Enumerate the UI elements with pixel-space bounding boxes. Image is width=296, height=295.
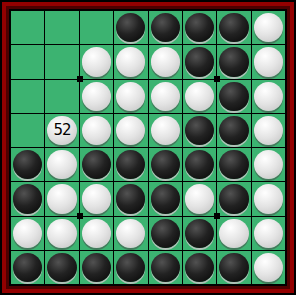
square-e1[interactable] <box>149 11 182 44</box>
black-disc <box>219 13 248 42</box>
black-disc <box>151 150 180 179</box>
square-b8[interactable] <box>45 251 78 284</box>
othello-app-window: 52 <box>0 0 296 295</box>
white-disc <box>82 219 111 248</box>
square-f4[interactable] <box>183 114 216 147</box>
white-disc <box>254 82 283 111</box>
square-c7[interactable] <box>80 217 113 250</box>
square-c4[interactable] <box>80 114 113 147</box>
black-disc <box>151 13 180 42</box>
square-b7[interactable] <box>45 217 78 250</box>
board-frame: 52 <box>2 2 294 293</box>
square-d8[interactable] <box>114 251 147 284</box>
white-disc <box>254 150 283 179</box>
black-disc <box>82 150 111 179</box>
square-e6[interactable] <box>149 182 182 215</box>
square-a4[interactable] <box>11 114 44 147</box>
white-disc <box>116 82 145 111</box>
black-disc <box>185 47 214 76</box>
square-d3[interactable] <box>114 80 147 113</box>
black-disc <box>185 253 214 282</box>
black-disc <box>13 253 42 282</box>
square-h2[interactable] <box>252 45 285 78</box>
square-e2[interactable] <box>149 45 182 78</box>
square-d4[interactable] <box>114 114 147 147</box>
square-b6[interactable] <box>45 182 78 215</box>
white-disc <box>219 219 248 248</box>
square-f2[interactable] <box>183 45 216 78</box>
square-b5[interactable] <box>45 148 78 181</box>
square-g5[interactable] <box>217 148 250 181</box>
square-c5[interactable] <box>80 148 113 181</box>
square-g7[interactable] <box>217 217 250 250</box>
white-disc <box>254 47 283 76</box>
black-disc <box>82 253 111 282</box>
white-disc <box>185 184 214 213</box>
white-disc <box>151 82 180 111</box>
square-h4[interactable] <box>252 114 285 147</box>
square-e7[interactable] <box>149 217 182 250</box>
black-disc <box>219 253 248 282</box>
othello-board: 52 <box>11 11 285 284</box>
black-disc <box>116 150 145 179</box>
square-e8[interactable] <box>149 251 182 284</box>
board-inner-frame: 52 <box>9 9 287 286</box>
square-f8[interactable] <box>183 251 216 284</box>
black-disc <box>185 219 214 248</box>
black-disc <box>219 150 248 179</box>
square-g4[interactable] <box>217 114 250 147</box>
move-number-label: 52 <box>54 123 71 138</box>
black-disc <box>219 116 248 145</box>
square-b3[interactable] <box>45 80 78 113</box>
square-e5[interactable] <box>149 148 182 181</box>
black-disc <box>116 184 145 213</box>
black-disc <box>219 47 248 76</box>
black-disc <box>151 184 180 213</box>
square-a5[interactable] <box>11 148 44 181</box>
square-h7[interactable] <box>252 217 285 250</box>
white-disc <box>13 219 42 248</box>
white-disc <box>82 116 111 145</box>
white-disc <box>151 47 180 76</box>
square-g6[interactable] <box>217 182 250 215</box>
square-a8[interactable] <box>11 251 44 284</box>
square-a7[interactable] <box>11 217 44 250</box>
white-disc <box>254 219 283 248</box>
square-f7[interactable] <box>183 217 216 250</box>
black-disc <box>47 253 76 282</box>
square-c8[interactable] <box>80 251 113 284</box>
square-h6[interactable] <box>252 182 285 215</box>
white-disc <box>82 82 111 111</box>
black-disc <box>151 253 180 282</box>
square-h1[interactable] <box>252 11 285 44</box>
square-d6[interactable] <box>114 182 147 215</box>
white-disc <box>47 219 76 248</box>
square-g1[interactable] <box>217 11 250 44</box>
square-g3[interactable] <box>217 80 250 113</box>
square-d2[interactable] <box>114 45 147 78</box>
black-disc <box>185 116 214 145</box>
square-a2[interactable] <box>11 45 44 78</box>
star-point-bottom-right <box>214 213 220 219</box>
square-e4[interactable] <box>149 114 182 147</box>
square-b2[interactable] <box>45 45 78 78</box>
black-disc <box>151 219 180 248</box>
white-disc: 52 <box>47 116 76 145</box>
white-disc <box>185 82 214 111</box>
black-disc <box>219 184 248 213</box>
white-disc <box>116 116 145 145</box>
black-disc <box>219 82 248 111</box>
square-b1[interactable] <box>45 11 78 44</box>
white-disc <box>116 219 145 248</box>
square-a3[interactable] <box>11 80 44 113</box>
star-point-bottom-left <box>77 213 83 219</box>
square-c1[interactable] <box>80 11 113 44</box>
white-disc <box>82 184 111 213</box>
square-b4[interactable]: 52 <box>45 114 78 147</box>
square-d7[interactable] <box>114 217 147 250</box>
white-disc <box>116 47 145 76</box>
square-d5[interactable] <box>114 148 147 181</box>
square-h8[interactable] <box>252 251 285 284</box>
square-e3[interactable] <box>149 80 182 113</box>
square-f5[interactable] <box>183 148 216 181</box>
star-point-top-right <box>214 76 220 82</box>
square-c6[interactable] <box>80 182 113 215</box>
square-a6[interactable] <box>11 182 44 215</box>
black-disc <box>116 13 145 42</box>
square-c2[interactable] <box>80 45 113 78</box>
square-g2[interactable] <box>217 45 250 78</box>
black-disc <box>13 184 42 213</box>
white-disc <box>47 184 76 213</box>
black-disc <box>13 150 42 179</box>
white-disc <box>151 116 180 145</box>
square-d1[interactable] <box>114 11 147 44</box>
square-a1[interactable] <box>11 11 44 44</box>
square-f1[interactable] <box>183 11 216 44</box>
white-disc <box>254 13 283 42</box>
white-disc <box>47 150 76 179</box>
black-disc <box>185 13 214 42</box>
square-f6[interactable] <box>183 182 216 215</box>
white-disc <box>254 116 283 145</box>
white-disc <box>254 184 283 213</box>
white-disc <box>254 253 283 282</box>
square-h5[interactable] <box>252 148 285 181</box>
square-h3[interactable] <box>252 80 285 113</box>
star-point-top-left <box>77 76 83 82</box>
black-disc <box>116 253 145 282</box>
square-g8[interactable] <box>217 251 250 284</box>
square-f3[interactable] <box>183 80 216 113</box>
black-disc <box>185 150 214 179</box>
square-c3[interactable] <box>80 80 113 113</box>
white-disc <box>82 47 111 76</box>
